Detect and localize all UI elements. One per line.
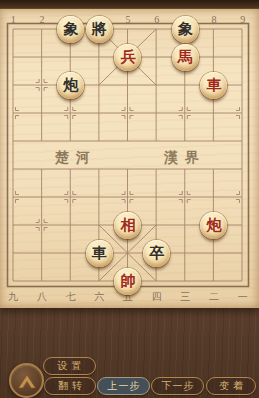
piece-glyph: 馬: [178, 50, 193, 65]
piece-red-r2c8[interactable]: 車: [200, 72, 227, 99]
piece-glyph: 車: [92, 246, 107, 261]
top-bar: [0, 0, 259, 9]
piece-black-r8c6[interactable]: 卒: [143, 240, 170, 267]
flip-board-button[interactable]: 翻转: [44, 377, 96, 395]
piece-glyph: 車: [206, 78, 221, 93]
piece-black-r2c3[interactable]: 炮: [57, 72, 84, 99]
piece-black-r0c3[interactable]: 象: [57, 16, 84, 43]
next-move-label: 下一步: [162, 379, 195, 393]
variation-button-label: 变着: [219, 379, 247, 393]
pieces-grid: 象將象兵馬炮車相炮車卒帥: [0, 15, 257, 295]
piece-black-r8c4[interactable]: 車: [86, 240, 113, 267]
piece-glyph: 帥: [120, 274, 135, 289]
piece-red-r9c5[interactable]: 帥: [114, 268, 141, 295]
piece-red-r1c5[interactable]: 兵: [114, 44, 141, 71]
piece-red-r1c7[interactable]: 馬: [172, 44, 199, 71]
piece-glyph: 炮: [63, 78, 78, 93]
piece-glyph: 相: [120, 218, 135, 233]
xiangqi-board: 123456789 九八七六五四三二一 楚河 漢界 象將象兵馬炮車相炮車卒帥: [0, 8, 259, 308]
piece-glyph: 兵: [120, 50, 135, 65]
piece-glyph: 卒: [149, 246, 164, 261]
flip-button-label: 翻转: [58, 379, 86, 393]
settings-button-label: 设置: [58, 359, 86, 373]
previous-move-label: 上一步: [108, 379, 141, 393]
previous-move-button[interactable]: 上一步: [97, 377, 150, 395]
piece-glyph: 炮: [206, 218, 221, 233]
piece-glyph: 象: [178, 22, 193, 37]
piece-black-r0c4[interactable]: 將: [86, 16, 113, 43]
app-screen: 123456789 九八七六五四三二一 楚河 漢界 象將象兵馬炮車相炮車卒帥 设…: [0, 0, 259, 398]
collapse-toolbar-button[interactable]: [9, 363, 44, 398]
piece-black-r0c7[interactable]: 象: [172, 16, 199, 43]
chevron-up-icon: [16, 372, 38, 390]
piece-glyph: 將: [92, 22, 107, 37]
piece-glyph: 象: [63, 22, 78, 37]
next-move-button[interactable]: 下一步: [151, 377, 204, 395]
piece-red-r7c5[interactable]: 相: [114, 212, 141, 239]
settings-button[interactable]: 设置: [43, 357, 96, 375]
variation-button[interactable]: 变着: [206, 377, 256, 395]
piece-red-r7c8[interactable]: 炮: [200, 212, 227, 239]
